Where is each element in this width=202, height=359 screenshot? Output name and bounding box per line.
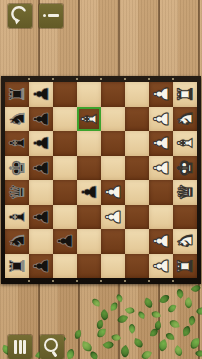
piece-wB-g5: ♝ <box>79 110 99 128</box>
square-g1[interactable]: ♞ <box>173 107 197 132</box>
menu-bars-icon <box>8 335 32 359</box>
piece-wP-c4: ♟ <box>103 208 123 226</box>
ivy-leaf <box>143 297 155 308</box>
square-d6[interactable] <box>53 180 77 205</box>
square-c1[interactable] <box>173 205 197 230</box>
square-d2[interactable] <box>149 180 173 205</box>
ivy-leaf <box>110 302 118 311</box>
ivy-leaf <box>117 313 128 325</box>
ivy-leaf <box>102 339 114 351</box>
ivy-leaf <box>187 315 197 325</box>
ivy-leaf <box>91 298 100 306</box>
piece-bN-g8: ♞ <box>7 110 27 128</box>
square-e5[interactable] <box>77 156 101 181</box>
square-g6[interactable] <box>53 107 77 132</box>
piece-wP-f2: ♟ <box>151 134 171 152</box>
square-e6[interactable] <box>53 156 77 181</box>
square-b6[interactable]: ♟ <box>53 229 77 254</box>
square-h8[interactable]: ♜ <box>5 82 29 107</box>
square-a1[interactable]: ♜ <box>173 254 197 279</box>
piece-wP-h2: ♟ <box>151 85 171 103</box>
square-a4[interactable] <box>101 254 125 279</box>
square-d7[interactable] <box>29 180 53 205</box>
undo-arrow-icon <box>8 4 32 28</box>
chess-app-screen: ♜♟♟♜♞♟♝♟♞♝♟♟♝♚♟♟♚♛♟♟♛♝♟♟♞♟♟♞♜♟♟♜ <box>0 0 202 359</box>
piece-wP-e2: ♟ <box>151 159 171 177</box>
square-b3[interactable] <box>125 229 149 254</box>
piece-wP-d4: ♟ <box>103 183 123 201</box>
ivy-leaf <box>74 330 83 340</box>
square-f3[interactable] <box>125 131 149 156</box>
square-g8[interactable]: ♞ <box>5 107 29 132</box>
ivy-leaf <box>169 319 179 328</box>
info-icon <box>39 4 63 28</box>
square-g3[interactable] <box>125 107 149 132</box>
piece-wP-a2: ♟ <box>151 257 171 275</box>
square-e3[interactable] <box>125 156 149 181</box>
piece-bP-f7: ♟ <box>31 134 51 152</box>
square-f6[interactable] <box>53 131 77 156</box>
ivy-leaf <box>81 341 92 352</box>
piece-bB-c8: ♝ <box>7 208 27 226</box>
square-a5[interactable] <box>77 254 101 279</box>
ivy-leaf <box>195 348 202 358</box>
square-a8[interactable]: ♜ <box>5 254 29 279</box>
piece-wB-f1: ♝ <box>175 134 195 152</box>
square-f5[interactable] <box>77 131 101 156</box>
piece-wP-g2: ♟ <box>151 110 171 128</box>
ivy-leaf <box>65 348 76 359</box>
piece-wR-a1: ♜ <box>175 257 195 275</box>
square-c3[interactable] <box>125 205 149 230</box>
hint-info-button[interactable] <box>39 4 63 28</box>
ivy-leaf <box>191 283 202 294</box>
piece-bP-e7: ♟ <box>31 159 51 177</box>
menu-button[interactable] <box>8 335 32 359</box>
magnifier-icon <box>40 335 64 359</box>
square-f1[interactable]: ♝ <box>173 131 197 156</box>
square-a7[interactable]: ♟ <box>29 254 53 279</box>
square-c5[interactable] <box>77 205 101 230</box>
square-b4[interactable] <box>101 229 125 254</box>
ivy-leaf <box>190 338 200 349</box>
square-g7[interactable]: ♟ <box>29 107 53 132</box>
piece-bR-a8: ♜ <box>7 257 27 275</box>
ivy-leaf <box>151 310 161 319</box>
piece-bP-h7: ♟ <box>31 85 51 103</box>
piece-bR-h8: ♜ <box>7 85 27 103</box>
ivy-leaf <box>183 297 195 309</box>
ivy-leaf <box>89 351 99 359</box>
square-g5[interactable]: ♝ <box>77 107 101 132</box>
square-b8[interactable]: ♞ <box>5 229 29 254</box>
ivy-leaf <box>175 288 186 299</box>
square-e1[interactable]: ♚ <box>173 156 197 181</box>
square-d3[interactable] <box>125 180 149 205</box>
ivy-leaf <box>133 338 144 348</box>
square-e7[interactable]: ♟ <box>29 156 53 181</box>
piece-wN-g1: ♞ <box>175 110 195 128</box>
piece-wP-b2: ♟ <box>151 232 171 250</box>
square-g2[interactable]: ♟ <box>149 107 173 132</box>
square-b7[interactable] <box>29 229 53 254</box>
piece-bP-d5: ♟ <box>79 183 99 201</box>
square-h1[interactable]: ♜ <box>173 82 197 107</box>
piece-bK-e8: ♚ <box>7 159 27 177</box>
square-h3[interactable] <box>125 82 149 107</box>
square-f4[interactable] <box>101 131 125 156</box>
square-c2[interactable] <box>149 205 173 230</box>
ivy-leaf <box>97 328 106 338</box>
square-d8[interactable]: ♛ <box>5 180 29 205</box>
piece-bB-f8: ♝ <box>7 134 27 152</box>
ivy-leaf <box>95 320 104 330</box>
square-h2[interactable]: ♟ <box>149 82 173 107</box>
ivy-leaf <box>159 293 170 304</box>
ivy-leaf <box>137 311 146 319</box>
square-h7[interactable]: ♟ <box>29 82 53 107</box>
ivy-leaf <box>111 332 121 342</box>
square-c6[interactable] <box>53 205 77 230</box>
piece-wN-b1: ♞ <box>175 232 195 250</box>
magnify-button[interactable] <box>40 335 64 359</box>
ivy-leaf <box>181 326 191 337</box>
square-d1[interactable]: ♛ <box>173 180 197 205</box>
square-g4[interactable] <box>101 107 125 132</box>
ivy-leaf <box>157 339 169 352</box>
square-d5[interactable]: ♟ <box>77 180 101 205</box>
square-b1[interactable]: ♞ <box>173 229 197 254</box>
piece-bP-g7: ♟ <box>31 110 51 128</box>
square-b2[interactable]: ♟ <box>149 229 173 254</box>
square-e4[interactable] <box>101 156 125 181</box>
ivy-leaf <box>195 305 202 317</box>
square-a6[interactable] <box>53 254 77 279</box>
ivy-leaf <box>166 333 175 341</box>
square-h6[interactable] <box>53 82 77 107</box>
square-h5[interactable] <box>77 82 101 107</box>
ivy-leaf <box>168 304 177 314</box>
piece-wR-h1: ♜ <box>175 85 195 103</box>
undo-button[interactable] <box>8 4 32 28</box>
piece-bQ-d8: ♛ <box>7 183 27 201</box>
chess-board: ♜♟♟♜♞♟♝♟♞♝♟♟♝♚♟♟♚♛♟♟♛♝♟♟♞♟♟♞♜♟♟♜ <box>1 76 201 284</box>
ivy-leaf <box>127 323 138 334</box>
ivy-leaf <box>125 305 135 315</box>
ivy-leaf <box>98 309 110 321</box>
piece-bP-b6: ♟ <box>55 232 75 250</box>
board-squares: ♜♟♟♜♞♟♝♟♞♝♟♟♝♚♟♟♚♛♟♟♛♝♟♟♞♟♟♞♜♟♟♜ <box>5 82 197 278</box>
ivy-leaf <box>150 328 158 337</box>
square-c7[interactable]: ♟ <box>29 205 53 230</box>
square-f8[interactable]: ♝ <box>5 131 29 156</box>
square-d4[interactable]: ♟ <box>101 180 125 205</box>
square-b5[interactable] <box>77 229 101 254</box>
square-h4[interactable] <box>101 82 125 107</box>
ivy-leaf <box>141 349 152 359</box>
square-e8[interactable]: ♚ <box>5 156 29 181</box>
piece-bP-a7: ♟ <box>31 257 51 275</box>
ivy-leaf <box>118 345 131 358</box>
square-a3[interactable] <box>125 254 149 279</box>
square-e2[interactable]: ♟ <box>149 156 173 181</box>
square-c8[interactable]: ♝ <box>5 205 29 230</box>
piece-bN-b8: ♞ <box>7 232 27 250</box>
piece-wQ-d1: ♛ <box>175 183 195 201</box>
ivy-leaf <box>153 320 163 330</box>
ivy-leaf <box>173 345 185 357</box>
square-c4[interactable]: ♟ <box>101 205 125 230</box>
square-f2[interactable]: ♟ <box>149 131 173 156</box>
piece-bP-c7: ♟ <box>31 208 51 226</box>
ivy-leaf <box>115 294 124 303</box>
square-f7[interactable]: ♟ <box>29 131 53 156</box>
piece-wK-e1: ♚ <box>175 159 195 177</box>
square-a2[interactable]: ♟ <box>149 254 173 279</box>
